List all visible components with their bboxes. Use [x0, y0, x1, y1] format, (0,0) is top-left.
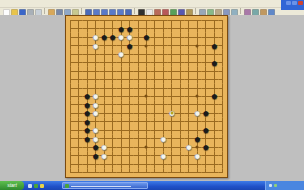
maximize-button[interactable]	[292, 1, 297, 5]
board-cell[interactable]	[219, 41, 227, 49]
board-cell[interactable]	[159, 84, 167, 92]
board-cell[interactable]	[83, 169, 91, 177]
board-cell[interactable]	[185, 16, 193, 24]
board-cell[interactable]	[210, 152, 218, 160]
board-cell[interactable]	[83, 160, 91, 168]
board-cell[interactable]	[108, 169, 116, 177]
board-cell[interactable]	[185, 160, 193, 168]
board-cell[interactable]	[151, 58, 159, 66]
board-cell[interactable]: ●	[117, 33, 125, 41]
board-cell[interactable]	[142, 135, 150, 143]
board-cell[interactable]	[151, 16, 159, 24]
board-cell[interactable]	[185, 33, 193, 41]
board-cell[interactable]	[74, 33, 82, 41]
board-cell[interactable]	[210, 109, 218, 117]
board-cell[interactable]	[151, 152, 159, 160]
last-move-stone[interactable]: ●	[168, 109, 176, 117]
board-cell[interactable]	[74, 16, 82, 24]
board-cell[interactable]	[142, 75, 150, 83]
board-cell[interactable]: ●	[185, 143, 193, 151]
board-cell[interactable]	[125, 126, 133, 134]
board-cell[interactable]	[219, 169, 227, 177]
board-cell[interactable]	[185, 41, 193, 49]
board-cell[interactable]	[185, 75, 193, 83]
board-cell[interactable]	[159, 50, 167, 58]
board-cell[interactable]	[219, 33, 227, 41]
board-cell[interactable]	[91, 16, 99, 24]
tray-icon[interactable]	[274, 184, 277, 187]
board-cell[interactable]	[125, 152, 133, 160]
board-cell[interactable]	[125, 109, 133, 117]
board-cell[interactable]	[176, 24, 184, 32]
board-cell[interactable]	[193, 67, 201, 75]
board-cell[interactable]	[151, 33, 159, 41]
board-cell[interactable]	[74, 143, 82, 151]
board-cell[interactable]	[168, 33, 176, 41]
board-cell[interactable]	[125, 58, 133, 66]
board-cell[interactable]	[83, 33, 91, 41]
board-cell[interactable]	[66, 109, 74, 117]
board-cell[interactable]	[176, 92, 184, 100]
board-cell[interactable]	[176, 169, 184, 177]
board-cell[interactable]	[159, 169, 167, 177]
board-cell[interactable]	[210, 16, 218, 24]
board-cell[interactable]	[134, 67, 142, 75]
board-cell[interactable]	[74, 169, 82, 177]
board-cell[interactable]	[66, 58, 74, 66]
start-button[interactable]: start	[0, 181, 24, 190]
board-cell[interactable]	[74, 84, 82, 92]
board-cell[interactable]	[159, 67, 167, 75]
board-cell[interactable]	[74, 160, 82, 168]
board-cell[interactable]	[202, 50, 210, 58]
board-cell[interactable]	[202, 92, 210, 100]
board-cell[interactable]	[219, 135, 227, 143]
board-cell[interactable]	[142, 101, 150, 109]
board-cell[interactable]	[202, 24, 210, 32]
board-cell[interactable]	[168, 126, 176, 134]
board-cell[interactable]: ●	[83, 135, 91, 143]
board-cell[interactable]	[219, 92, 227, 100]
board-cell[interactable]	[134, 109, 142, 117]
board-cell[interactable]	[176, 118, 184, 126]
board-cell[interactable]	[134, 84, 142, 92]
board-cell[interactable]	[108, 152, 116, 160]
board-cell[interactable]	[142, 118, 150, 126]
board-cell[interactable]	[202, 169, 210, 177]
board-cell[interactable]: ●	[91, 109, 99, 117]
board-cell[interactable]	[193, 84, 201, 92]
board-cell[interactable]	[108, 50, 116, 58]
board-cell[interactable]	[134, 75, 142, 83]
board-cell[interactable]	[151, 126, 159, 134]
board-cell[interactable]	[202, 58, 210, 66]
board-cell[interactable]	[108, 75, 116, 83]
board-cell[interactable]	[219, 101, 227, 109]
board-cell[interactable]	[193, 169, 201, 177]
board-cell[interactable]	[151, 143, 159, 151]
board-cell[interactable]	[159, 33, 167, 41]
board-cell[interactable]	[66, 16, 74, 24]
board-cell[interactable]	[134, 169, 142, 177]
board-cell[interactable]	[117, 126, 125, 134]
board-cell[interactable]	[117, 135, 125, 143]
board-cell[interactable]	[74, 24, 82, 32]
board-cell[interactable]	[134, 118, 142, 126]
board-cell[interactable]	[100, 169, 108, 177]
board-cell[interactable]	[176, 84, 184, 92]
board-cell[interactable]	[185, 118, 193, 126]
board-cell[interactable]	[168, 143, 176, 151]
board-cell[interactable]	[142, 152, 150, 160]
board-cell[interactable]	[108, 143, 116, 151]
board-cell[interactable]	[168, 50, 176, 58]
board-cell[interactable]	[74, 67, 82, 75]
board-cell[interactable]: ●	[100, 152, 108, 160]
board-cell[interactable]	[210, 118, 218, 126]
board-cell[interactable]	[185, 50, 193, 58]
board-cell[interactable]	[151, 101, 159, 109]
board-cell[interactable]	[108, 101, 116, 109]
board-cell[interactable]	[134, 126, 142, 134]
board-cell[interactable]	[168, 41, 176, 49]
board-cell[interactable]	[210, 169, 218, 177]
board-cell[interactable]	[185, 24, 193, 32]
board-cell[interactable]	[100, 75, 108, 83]
board-cell[interactable]	[66, 126, 74, 134]
board-cell[interactable]	[185, 92, 193, 100]
board-cell[interactable]	[134, 33, 142, 41]
board-cell[interactable]	[219, 160, 227, 168]
board-cell[interactable]	[176, 109, 184, 117]
board-cell[interactable]	[100, 84, 108, 92]
board-cell[interactable]	[210, 160, 218, 168]
board-cell[interactable]	[193, 75, 201, 83]
board-cell[interactable]: ●	[117, 50, 125, 58]
board-cell[interactable]	[117, 109, 125, 117]
board-cell[interactable]	[219, 126, 227, 134]
board-cell[interactable]	[176, 160, 184, 168]
board-cell[interactable]	[74, 50, 82, 58]
board-cell[interactable]	[117, 160, 125, 168]
board-cell[interactable]	[219, 24, 227, 32]
board-cell[interactable]	[83, 24, 91, 32]
board-cell[interactable]	[151, 24, 159, 32]
board-cell[interactable]	[176, 67, 184, 75]
board-cell[interactable]	[66, 135, 74, 143]
board-cell[interactable]	[108, 58, 116, 66]
board-cell[interactable]	[108, 84, 116, 92]
board-cell[interactable]: ●	[125, 41, 133, 49]
board-cell[interactable]	[185, 126, 193, 134]
board-cell[interactable]	[176, 41, 184, 49]
board-cell[interactable]	[151, 118, 159, 126]
board-cell[interactable]	[159, 16, 167, 24]
board-cell[interactable]	[202, 84, 210, 92]
board-cell[interactable]	[108, 135, 116, 143]
board-cell[interactable]	[176, 75, 184, 83]
board-cell[interactable]	[151, 92, 159, 100]
board-cell[interactable]: ●	[193, 109, 201, 117]
board-cell[interactable]	[210, 143, 218, 151]
board-cell[interactable]	[117, 143, 125, 151]
taskbar-app-button[interactable]	[62, 182, 148, 189]
board-cell[interactable]	[134, 41, 142, 49]
board-cell[interactable]	[142, 84, 150, 92]
board-cell[interactable]	[219, 143, 227, 151]
board-cell[interactable]	[185, 67, 193, 75]
board-cell[interactable]	[210, 75, 218, 83]
board-cell[interactable]	[74, 109, 82, 117]
board-cell[interactable]	[176, 50, 184, 58]
board-cell[interactable]	[83, 58, 91, 66]
board-cell[interactable]: ●	[202, 126, 210, 134]
board-cell[interactable]	[193, 33, 201, 41]
board-cell[interactable]	[142, 160, 150, 168]
board-cell[interactable]	[142, 126, 150, 134]
board-cell[interactable]	[125, 92, 133, 100]
board-cell[interactable]	[202, 160, 210, 168]
board-cell[interactable]	[176, 126, 184, 134]
board-cell[interactable]	[74, 126, 82, 134]
board-cell[interactable]	[185, 109, 193, 117]
board-cell[interactable]	[100, 126, 108, 134]
board-cell[interactable]	[176, 135, 184, 143]
board-cell[interactable]	[125, 143, 133, 151]
board-cell[interactable]	[108, 67, 116, 75]
board-cell[interactable]	[108, 118, 116, 126]
board-cell[interactable]	[202, 33, 210, 41]
board-cell[interactable]	[74, 152, 82, 160]
board-cell[interactable]	[151, 160, 159, 168]
board-cell[interactable]	[219, 84, 227, 92]
board-cell[interactable]	[134, 50, 142, 58]
tray-icon[interactable]	[269, 184, 272, 187]
board-cell[interactable]	[74, 41, 82, 49]
board-cell[interactable]	[185, 169, 193, 177]
board-cell[interactable]	[193, 24, 201, 32]
board-cell[interactable]	[83, 75, 91, 83]
board-cell[interactable]	[219, 50, 227, 58]
board-cell[interactable]	[151, 135, 159, 143]
board-cell[interactable]	[83, 67, 91, 75]
board-cell[interactable]	[117, 152, 125, 160]
board-cell[interactable]	[125, 160, 133, 168]
board-cell[interactable]	[100, 50, 108, 58]
board-cell[interactable]	[151, 169, 159, 177]
board-cell[interactable]	[108, 109, 116, 117]
board-cell[interactable]: ●	[100, 33, 108, 41]
board-cell[interactable]: ●	[91, 41, 99, 49]
board-cell[interactable]	[142, 109, 150, 117]
board-cell[interactable]: ●	[193, 152, 201, 160]
board-cell[interactable]	[168, 169, 176, 177]
board-cell[interactable]	[185, 101, 193, 109]
board-cell[interactable]	[117, 101, 125, 109]
board-cell[interactable]	[142, 16, 150, 24]
board-cell[interactable]	[66, 50, 74, 58]
board-cell[interactable]	[108, 160, 116, 168]
board-cell[interactable]: ●	[193, 135, 201, 143]
board-cell[interactable]	[125, 84, 133, 92]
board-cell[interactable]	[176, 152, 184, 160]
board-cell[interactable]	[151, 50, 159, 58]
board-cell[interactable]	[151, 67, 159, 75]
board-cell[interactable]	[219, 109, 227, 117]
board-cell[interactable]	[66, 75, 74, 83]
board-cell[interactable]	[219, 118, 227, 126]
board-cell[interactable]	[159, 41, 167, 49]
board-cell[interactable]	[134, 24, 142, 32]
board-cell[interactable]	[134, 135, 142, 143]
board-cell[interactable]	[151, 109, 159, 117]
board-cell[interactable]: ●	[159, 135, 167, 143]
board-cell[interactable]	[176, 101, 184, 109]
board-cell[interactable]	[185, 58, 193, 66]
board-cell[interactable]	[168, 16, 176, 24]
board-cell[interactable]	[117, 118, 125, 126]
board-cell[interactable]: ●	[159, 152, 167, 160]
board-cell[interactable]	[151, 75, 159, 83]
board-cell[interactable]	[202, 41, 210, 49]
minimize-button[interactable]	[286, 1, 291, 5]
board-cell[interactable]	[125, 118, 133, 126]
board-cell[interactable]	[159, 118, 167, 126]
board-cell[interactable]	[193, 41, 201, 49]
board-cell[interactable]	[91, 75, 99, 83]
board-cell[interactable]	[176, 143, 184, 151]
board-cell[interactable]	[100, 92, 108, 100]
board-cell[interactable]	[100, 67, 108, 75]
board-cell[interactable]	[66, 67, 74, 75]
board-cell[interactable]	[168, 58, 176, 66]
board-cell[interactable]	[193, 50, 201, 58]
board-cell[interactable]	[168, 75, 176, 83]
board-cell[interactable]	[210, 24, 218, 32]
board-cell[interactable]	[168, 67, 176, 75]
board-cell[interactable]	[134, 92, 142, 100]
board-cell[interactable]	[134, 16, 142, 24]
board-cell[interactable]	[142, 58, 150, 66]
board-cell[interactable]	[142, 92, 150, 100]
board-cell[interactable]	[159, 24, 167, 32]
board-cell[interactable]	[125, 75, 133, 83]
board-cell[interactable]	[159, 101, 167, 109]
board-cell[interactable]	[193, 16, 201, 24]
board-cell[interactable]	[134, 58, 142, 66]
quick-launch-icon[interactable]	[40, 184, 44, 188]
board-cell[interactable]	[142, 50, 150, 58]
board-cell[interactable]	[100, 109, 108, 117]
board-cell[interactable]	[142, 143, 150, 151]
board-cell[interactable]	[134, 160, 142, 168]
board-cell[interactable]	[151, 84, 159, 92]
board-cell[interactable]: ●	[142, 33, 150, 41]
board-cell[interactable]	[100, 101, 108, 109]
board-cell[interactable]	[159, 58, 167, 66]
board-cell[interactable]	[74, 135, 82, 143]
board-cell[interactable]	[134, 101, 142, 109]
board-cell[interactable]	[100, 16, 108, 24]
board-cell[interactable]	[219, 67, 227, 75]
board-cell[interactable]: ●	[108, 33, 116, 41]
board-cell[interactable]	[176, 16, 184, 24]
board-cell[interactable]: ●	[210, 92, 218, 100]
board-cell[interactable]	[66, 118, 74, 126]
board-cell[interactable]	[125, 169, 133, 177]
board-cell[interactable]	[185, 84, 193, 92]
board-cell[interactable]: ●	[210, 58, 218, 66]
board-cell[interactable]	[66, 143, 74, 151]
board-cell[interactable]	[117, 84, 125, 92]
close-button[interactable]	[298, 1, 303, 5]
board-cell[interactable]	[74, 75, 82, 83]
board-cell[interactable]	[193, 92, 201, 100]
board-cell[interactable]	[66, 84, 74, 92]
board-cell[interactable]	[219, 58, 227, 66]
board-cell[interactable]	[108, 126, 116, 134]
board-cell[interactable]: ●	[91, 152, 99, 160]
board-cell[interactable]	[91, 169, 99, 177]
board-cell[interactable]	[219, 16, 227, 24]
board-cell[interactable]	[134, 152, 142, 160]
board-cell[interactable]	[100, 58, 108, 66]
board-cell[interactable]	[125, 135, 133, 143]
board-cell[interactable]	[125, 101, 133, 109]
quick-launch-icon[interactable]	[34, 184, 38, 188]
board-cell[interactable]	[83, 16, 91, 24]
board-cell[interactable]	[74, 58, 82, 66]
board-cell[interactable]	[202, 67, 210, 75]
board-cell[interactable]	[91, 67, 99, 75]
board-cell[interactable]	[134, 143, 142, 151]
board-cell[interactable]	[66, 24, 74, 32]
board-cell[interactable]: ●	[202, 109, 210, 117]
board-cell[interactable]	[117, 67, 125, 75]
board-cell[interactable]	[176, 58, 184, 66]
board-cell[interactable]	[193, 58, 201, 66]
board-cell[interactable]	[142, 67, 150, 75]
quick-launch-icon[interactable]	[28, 184, 32, 188]
board-cell[interactable]: ●	[202, 143, 210, 151]
board-cell[interactable]	[91, 58, 99, 66]
board-cell[interactable]	[202, 16, 210, 24]
board-cell[interactable]	[117, 92, 125, 100]
board-cell[interactable]	[219, 75, 227, 83]
board-cell[interactable]	[202, 75, 210, 83]
board-cell[interactable]	[159, 92, 167, 100]
board-cell[interactable]	[168, 135, 176, 143]
board-cell[interactable]	[176, 33, 184, 41]
board-cell[interactable]	[66, 169, 74, 177]
board-cell[interactable]	[74, 92, 82, 100]
board-cell[interactable]	[159, 75, 167, 83]
board-cell[interactable]	[142, 169, 150, 177]
board-cell[interactable]	[100, 118, 108, 126]
board-cell[interactable]	[117, 75, 125, 83]
board-cell[interactable]	[151, 41, 159, 49]
board-cell[interactable]	[168, 152, 176, 160]
board-cell[interactable]	[66, 41, 74, 49]
board-cell[interactable]	[117, 169, 125, 177]
board-cell[interactable]	[83, 41, 91, 49]
board-cell[interactable]	[210, 135, 218, 143]
board-cell[interactable]	[210, 126, 218, 134]
board-cell[interactable]	[168, 84, 176, 92]
board-cell[interactable]	[219, 152, 227, 160]
board-cell[interactable]	[74, 101, 82, 109]
board-cell[interactable]	[74, 118, 82, 126]
